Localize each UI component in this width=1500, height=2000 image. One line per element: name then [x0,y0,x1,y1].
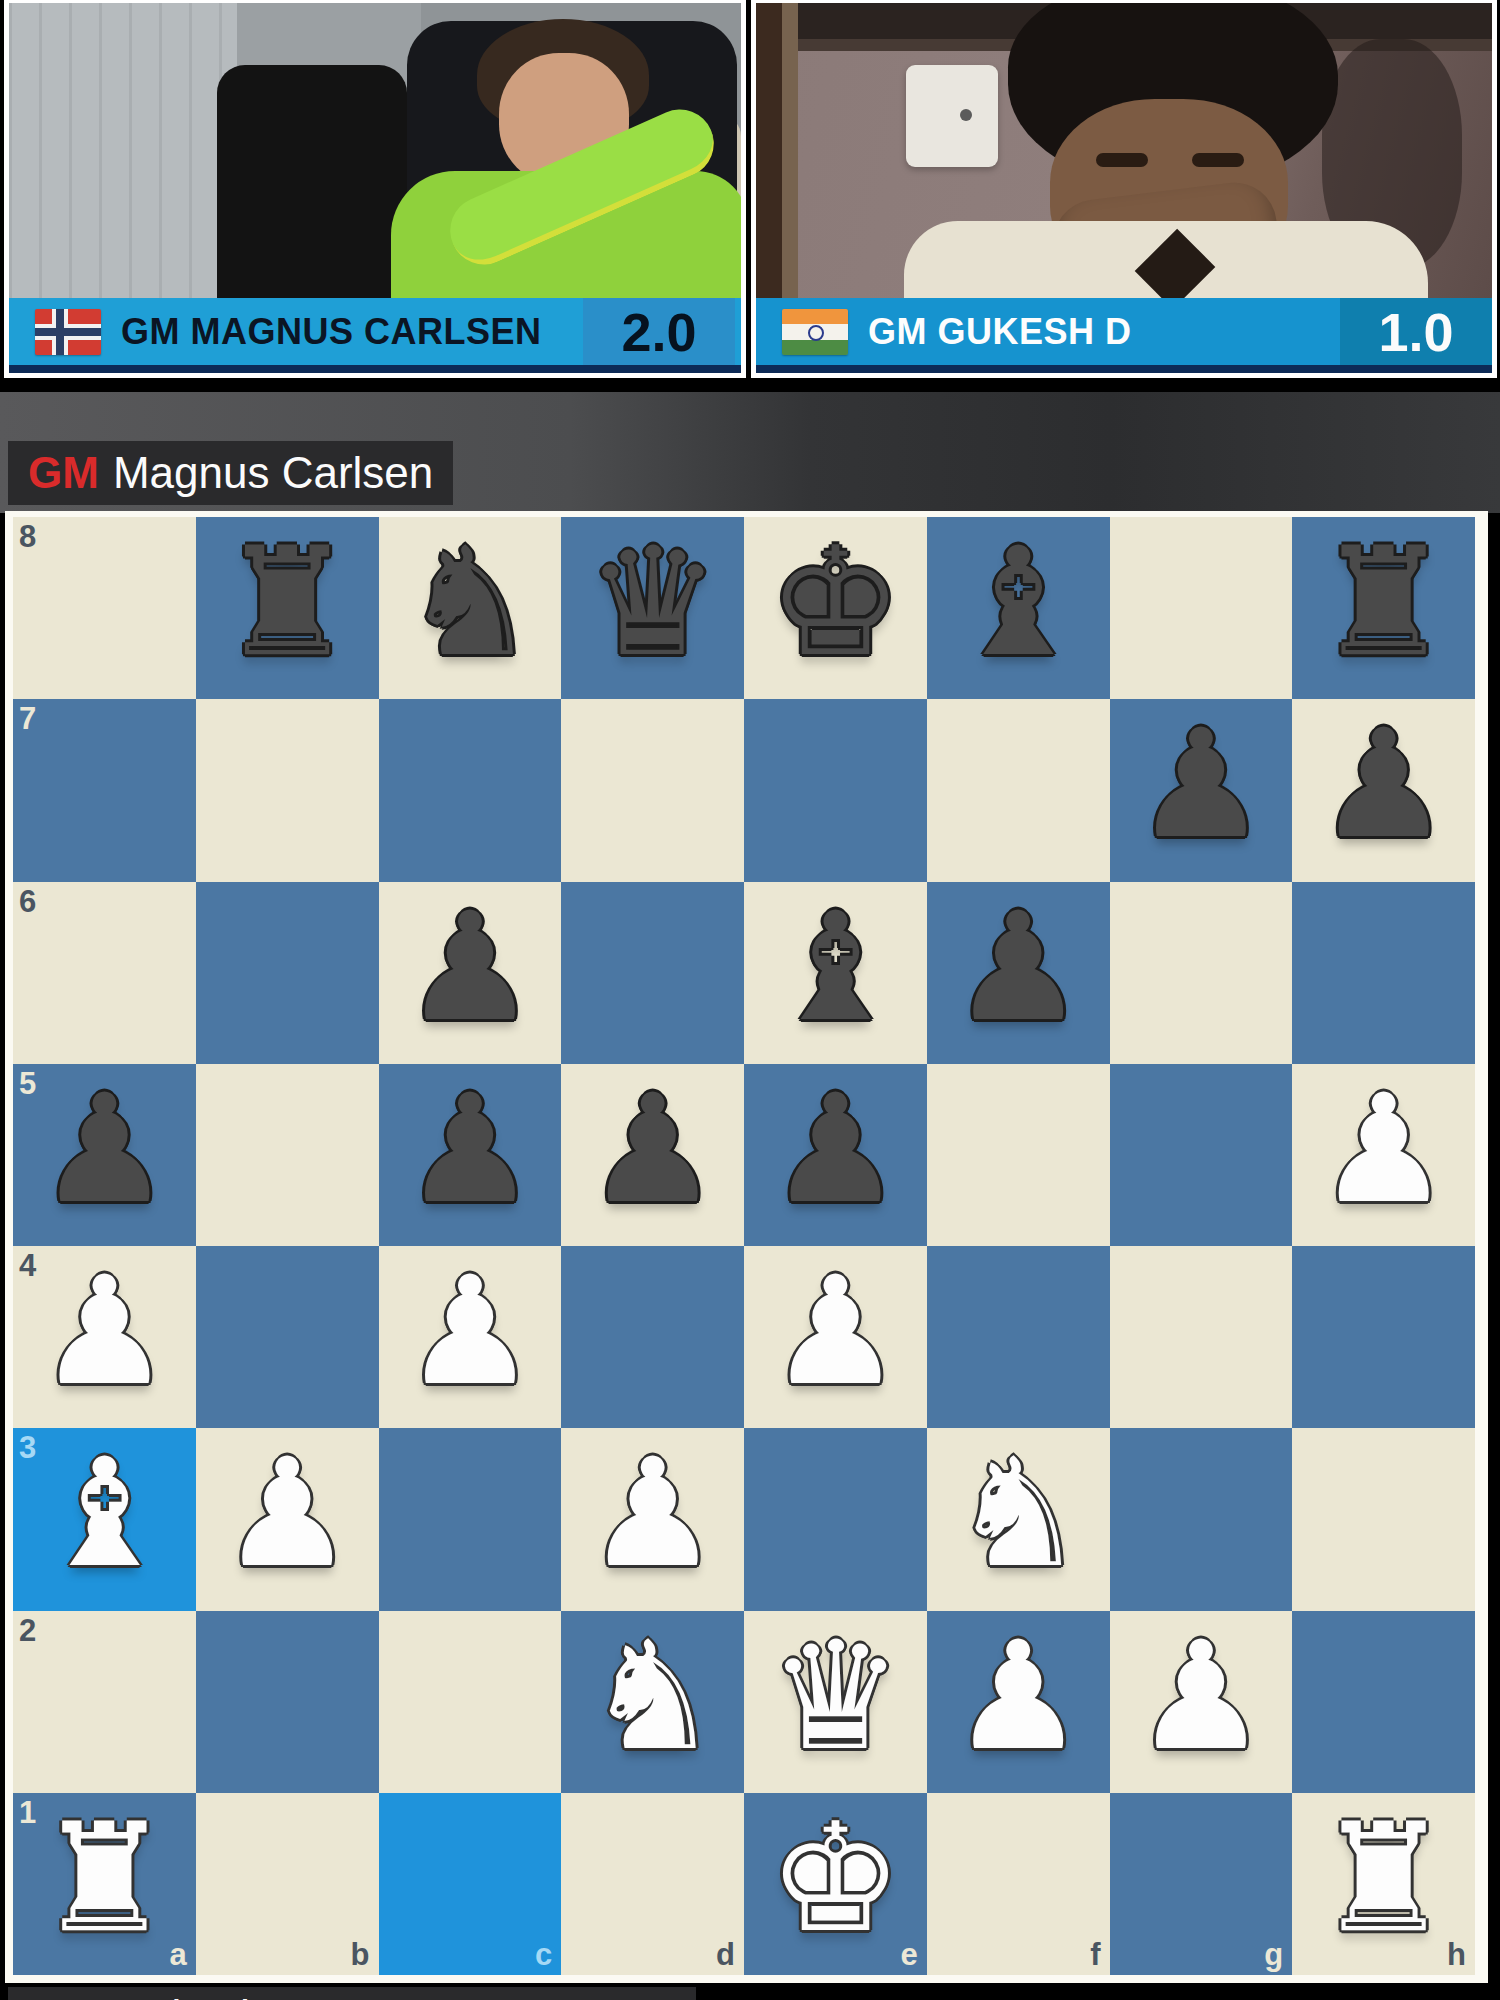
square-h3 [1292,1428,1475,1610]
square-f4 [927,1246,1110,1428]
rank-label-8: 8 [19,519,36,555]
india-flag [782,309,848,355]
rank-label-2: 2 [19,1613,36,1649]
white-p-a4: ♟ [13,1240,196,1422]
square-f6: ♟ [927,882,1110,1064]
square-c6: ♟ [379,882,562,1064]
rank-label-6: 6 [19,884,36,920]
white-q-e2: ♛ [744,1605,927,1787]
square-e6: ♝ [744,882,927,1064]
door-frame [782,3,798,298]
square-h5: ♟ [1292,1064,1475,1246]
square-f5 [927,1064,1110,1246]
white-p-e4: ♟ [744,1240,927,1422]
white-p-c4: ♟ [379,1240,562,1422]
broadcast-screen: GM MAGNUS CARLSEN 2.0 [0,0,1500,2000]
square-g3 [1110,1428,1293,1610]
square-c3 [379,1428,562,1610]
square-h7: ♟ [1292,699,1475,881]
board-grid: 8♜♞♛♚♝♜7♟♟6♟♝♟5♟♟♟♟♟4♟♟♟3♝♟♟♞2♞♛♟♟1a♜bcd… [13,517,1475,1975]
square-b1: b [196,1793,379,1975]
square-f7 [927,699,1110,881]
black-k-e8: ♚ [744,511,927,693]
white-p-f2: ♟ [927,1605,1110,1787]
square-d5: ♟ [561,1064,744,1246]
white-p-d3: ♟ [561,1422,744,1604]
white-k-e1: ♚ [744,1787,927,1969]
square-b8: ♜ [196,517,379,699]
video-panel-gukesh: GM GUKESH D 1.0 [751,0,1497,378]
black-p-d5: ♟ [561,1058,744,1240]
square-f8: ♝ [927,517,1110,699]
square-g5 [1110,1064,1293,1246]
black-p-a5: ♟ [13,1058,196,1240]
score-badge: 1.0 [1340,298,1492,365]
square-h1: h♜ [1292,1793,1475,1975]
square-b2 [196,1611,379,1793]
square-h2 [1292,1611,1475,1793]
black-q-d8: ♛ [561,511,744,693]
black-p-f6: ♟ [927,876,1110,1058]
square-d6 [561,882,744,1064]
switch-panel [906,65,998,167]
file-label-f: f [1090,1937,1100,1973]
square-c2 [379,1611,562,1793]
gm-title: GM [28,448,99,498]
square-a4: 4♟ [13,1246,196,1428]
square-g6 [1110,882,1293,1064]
square-h8: ♜ [1292,517,1475,699]
switch-dot [960,109,972,121]
name-bar-gukesh: GM GUKESH D 1.0 [756,298,1492,373]
black-p-e5: ♟ [744,1058,927,1240]
square-a7: 7 [13,699,196,881]
square-b6 [196,882,379,1064]
square-e2: ♛ [744,1611,927,1793]
office-chair [217,65,407,298]
name-bar-magnus: GM MAGNUS CARLSEN 2.0 [9,298,741,373]
door-frame [756,3,782,298]
square-g1: g [1110,1793,1293,1975]
square-d8: ♛ [561,517,744,699]
black-p-c5: ♟ [379,1058,562,1240]
square-c4: ♟ [379,1246,562,1428]
white-p-g2: ♟ [1110,1605,1293,1787]
webcam-gukesh [756,3,1492,298]
square-d1: d [561,1793,744,1975]
square-e5: ♟ [744,1064,927,1246]
square-g7: ♟ [1110,699,1293,881]
black-r-b8: ♜ [196,511,379,693]
player-eye [1096,153,1148,167]
white-b-a3: ♝ [13,1422,196,1604]
square-h4 [1292,1246,1475,1428]
rank-label-7: 7 [19,701,36,737]
white-p-b3: ♟ [196,1422,379,1604]
black-p-c6: ♟ [379,876,562,1058]
chakra [808,325,824,341]
white-n-f3: ♞ [927,1422,1110,1604]
square-a1: 1a♜ [13,1793,196,1975]
file-label-d: d [716,1937,735,1973]
file-label-g: g [1264,1937,1283,1973]
webcam-magnus [9,3,741,298]
square-c7 [379,699,562,881]
black-b-f8: ♝ [927,511,1110,693]
square-h6 [1292,882,1475,1064]
player-name: Magnus Carlsen [113,448,433,498]
black-n-c8: ♞ [379,511,562,693]
square-b3: ♟ [196,1428,379,1610]
square-d7 [561,699,744,881]
flag-cross [35,328,101,336]
square-a8: 8 [13,517,196,699]
white-r-a1: ♜ [13,1787,196,1969]
square-d3: ♟ [561,1428,744,1610]
square-c8: ♞ [379,517,562,699]
square-a2: 2 [13,1611,196,1793]
square-a3: 3♝ [13,1428,196,1610]
file-label-c: c [535,1937,552,1973]
square-b5 [196,1064,379,1246]
square-a5: 5♟ [13,1064,196,1246]
gm-title: GM [28,1991,99,2000]
file-label-b: b [351,1937,370,1973]
square-b7 [196,699,379,881]
white-player-label: GM Gukesh D [8,1987,696,2000]
square-d2: ♞ [561,1611,744,1793]
video-panel-magnus: GM MAGNUS CARLSEN 2.0 [4,0,746,378]
square-f2: ♟ [927,1611,1110,1793]
square-e3 [744,1428,927,1610]
player-name: Gukesh D [113,1991,309,2000]
white-n-d2: ♞ [561,1605,744,1787]
chess-board-frame: 8♜♞♛♚♝♜7♟♟6♟♝♟5♟♟♟♟♟4♟♟♟3♝♟♟♞2♞♛♟♟1a♜bcd… [5,511,1488,1983]
square-f1: f [927,1793,1110,1975]
square-e1: e♚ [744,1793,927,1975]
score-badge: 2.0 [583,298,735,365]
player-eye [1192,153,1244,167]
square-e7 [744,699,927,881]
square-e8: ♚ [744,517,927,699]
square-f3: ♞ [927,1428,1110,1610]
window-blinds [9,3,237,298]
square-e4: ♟ [744,1246,927,1428]
white-p-h5: ♟ [1292,1058,1475,1240]
white-r-h1: ♜ [1292,1787,1475,1969]
player-name-label: GM GUKESH D [868,311,1132,353]
black-r-h8: ♜ [1292,511,1475,693]
black-p-h7: ♟ [1292,693,1475,875]
square-g4 [1110,1246,1293,1428]
square-d4 [561,1246,744,1428]
black-player-label: GM Magnus Carlsen [8,441,453,505]
square-g2: ♟ [1110,1611,1293,1793]
square-c1: c [379,1793,562,1975]
square-c5: ♟ [379,1064,562,1246]
square-a6: 6 [13,882,196,1064]
black-b-e6: ♝ [744,876,927,1058]
square-g8 [1110,517,1293,699]
black-p-g7: ♟ [1110,693,1293,875]
player-name-label: GM MAGNUS CARLSEN [121,311,542,353]
square-b4 [196,1246,379,1428]
norway-flag [35,309,101,355]
